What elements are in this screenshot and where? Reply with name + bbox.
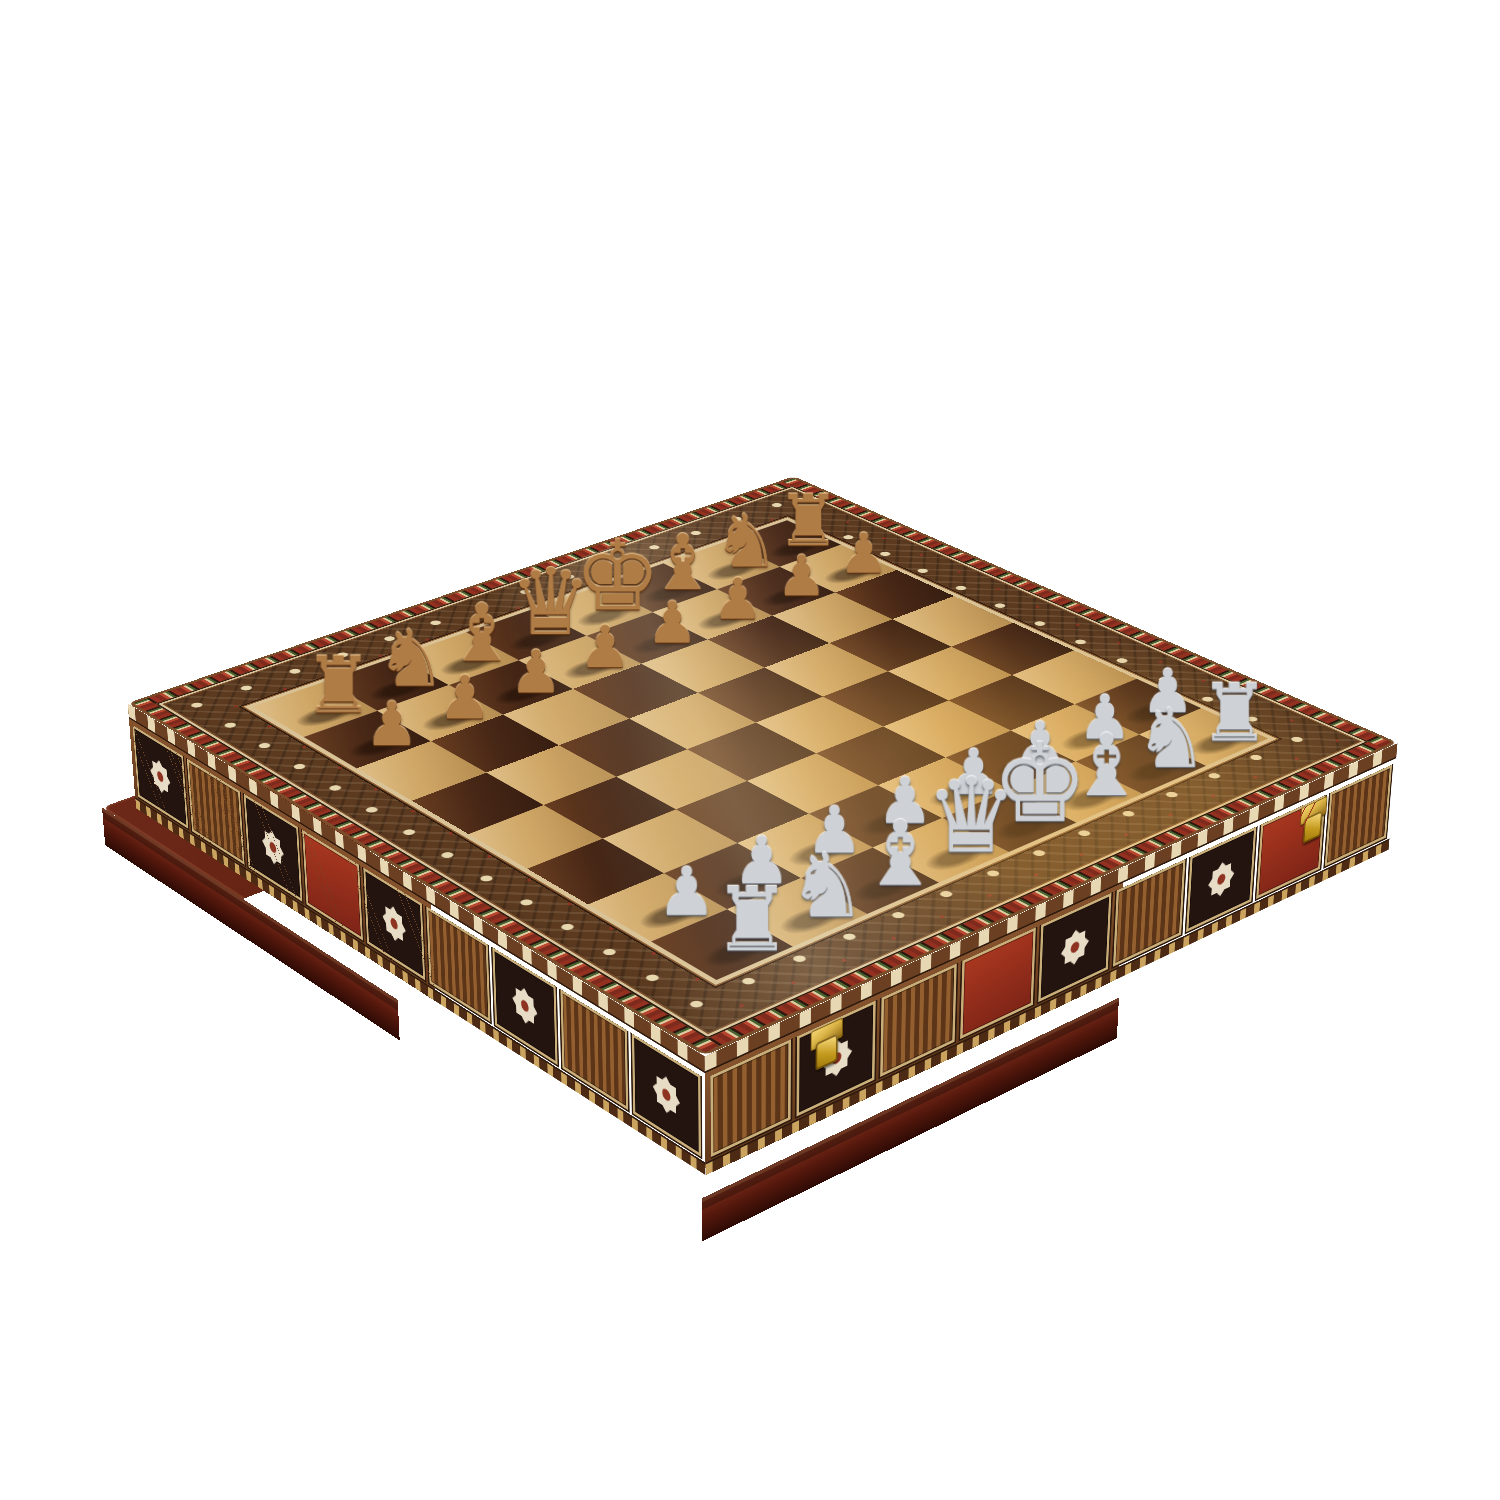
white-pawn[interactable]: ♟ [657,861,717,924]
black-pawn[interactable]: ♟ [646,595,698,650]
black-rook[interactable]: ♜ [304,648,374,722]
black-bishop[interactable]: ♝ [446,595,518,671]
stage-3d: ♜♞♝♛♚♝♞♜♟♟♟♟♟♟♟♟♟♟♟♟♟♟♟♟♜♞♝♛♚♝♞♜ [0,0,1500,1500]
chess-box: ♜♞♝♛♚♝♞♜♟♟♟♟♟♟♟♟♟♟♟♟♟♟♟♟♜♞♝♛♚♝♞♜ [128,477,1398,1057]
black-knight[interactable]: ♞ [376,622,447,697]
white-bishop[interactable]: ♝ [860,812,940,897]
black-pawn[interactable]: ♟ [438,669,492,726]
product-photo-scene: ♜♞♝♛♚♝♞♜♟♟♟♟♟♟♟♟♟♟♟♟♟♟♟♟♜♞♝♛♚♝♞♜ [0,0,1500,1500]
white-knight[interactable]: ♞ [1135,700,1209,778]
white-rook[interactable]: ♜ [1199,675,1270,750]
black-pawn[interactable]: ♟ [712,572,763,626]
black-pawn[interactable]: ♟ [579,619,631,675]
black-pawn[interactable]: ♟ [839,527,889,580]
white-knight[interactable]: ♞ [788,844,868,928]
black-pawn[interactable]: ♟ [776,549,826,602]
white-rook[interactable]: ♜ [713,878,792,961]
black-pawn[interactable]: ♟ [509,644,562,700]
black-pawn[interactable]: ♟ [364,695,419,753]
